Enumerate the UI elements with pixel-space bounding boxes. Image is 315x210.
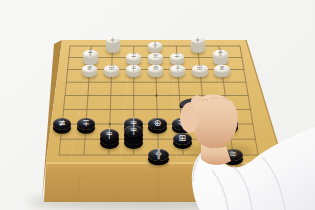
player-hand — [0, 0, 315, 210]
photo-scene: ╪╬╪╫∓≡∓╫≢⊞╪⊕╪⊞≢≢∓╪⊕∓≢╪╪⊞╬≋ — [0, 0, 315, 210]
